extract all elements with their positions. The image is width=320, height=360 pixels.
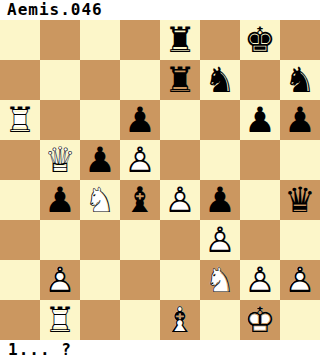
square-b2[interactable]: ♟♙ [40, 260, 80, 300]
piece-white-pawn[interactable]: ♟♙ [40, 260, 80, 300]
square-h7[interactable]: ♞ [280, 60, 320, 100]
square-g8[interactable]: ♚ [240, 20, 280, 60]
square-e2[interactable] [160, 260, 200, 300]
square-d6[interactable]: ♟ [120, 100, 160, 140]
square-e4[interactable]: ♟♙ [160, 180, 200, 220]
piece-glyph: ♛ [280, 180, 320, 220]
square-e8[interactable]: ♜ [160, 20, 200, 60]
square-c7[interactable] [80, 60, 120, 100]
square-b7[interactable] [40, 60, 80, 100]
piece-outline-layer: ♖ [0, 100, 40, 140]
square-b4[interactable]: ♟ [40, 180, 80, 220]
square-d1[interactable] [120, 300, 160, 340]
square-h1[interactable] [280, 300, 320, 340]
piece-black-pawn[interactable]: ♟ [280, 100, 320, 140]
square-c2[interactable] [80, 260, 120, 300]
piece-white-bishop[interactable]: ♝♗ [160, 300, 200, 340]
piece-white-rook[interactable]: ♜♖ [0, 100, 40, 140]
square-d2[interactable] [120, 260, 160, 300]
piece-outline-layer: ♙ [160, 180, 200, 220]
piece-black-pawn[interactable]: ♟ [80, 140, 120, 180]
square-e6[interactable] [160, 100, 200, 140]
piece-outline-layer: ♙ [240, 260, 280, 300]
chess-puzzle-app: Aemis.046 ♜♚♜♞♞♜♖♟♟♟♛♕♟♟♙♟♞♘♝♟♙♟♛♟♙♟♙♞♘♟… [0, 0, 320, 360]
square-b8[interactable] [40, 20, 80, 60]
piece-white-knight[interactable]: ♞♘ [200, 260, 240, 300]
square-c8[interactable] [80, 20, 120, 60]
piece-black-bishop[interactable]: ♝ [120, 180, 160, 220]
piece-black-rook[interactable]: ♜ [160, 20, 200, 60]
piece-outline-layer: ♘ [200, 260, 240, 300]
piece-white-pawn[interactable]: ♟♙ [160, 180, 200, 220]
piece-glyph: ♚ [240, 20, 280, 60]
square-b1[interactable]: ♜♖ [40, 300, 80, 340]
square-f3[interactable]: ♟♙ [200, 220, 240, 260]
square-h8[interactable] [280, 20, 320, 60]
square-g4[interactable] [240, 180, 280, 220]
piece-outline-layer: ♗ [160, 300, 200, 340]
square-c4[interactable]: ♞♘ [80, 180, 120, 220]
piece-black-pawn[interactable]: ♟ [200, 180, 240, 220]
square-d4[interactable]: ♝ [120, 180, 160, 220]
square-a2[interactable] [0, 260, 40, 300]
square-b3[interactable] [40, 220, 80, 260]
square-a6[interactable]: ♜♖ [0, 100, 40, 140]
piece-black-queen[interactable]: ♛ [280, 180, 320, 220]
piece-outline-layer: ♔ [240, 300, 280, 340]
square-f6[interactable] [200, 100, 240, 140]
square-e5[interactable] [160, 140, 200, 180]
piece-black-pawn[interactable]: ♟ [120, 100, 160, 140]
square-f5[interactable] [200, 140, 240, 180]
square-f8[interactable] [200, 20, 240, 60]
square-f2[interactable]: ♞♘ [200, 260, 240, 300]
square-d7[interactable] [120, 60, 160, 100]
square-a4[interactable] [0, 180, 40, 220]
piece-glyph: ♟ [200, 180, 240, 220]
square-g2[interactable]: ♟♙ [240, 260, 280, 300]
move-prompt: 1... ? [0, 340, 72, 360]
piece-white-pawn[interactable]: ♟♙ [240, 260, 280, 300]
square-e7[interactable]: ♜ [160, 60, 200, 100]
piece-white-pawn[interactable]: ♟♙ [120, 140, 160, 180]
piece-outline-layer: ♙ [120, 140, 160, 180]
piece-glyph: ♜ [160, 60, 200, 100]
footer-bar: 1... ? [0, 340, 320, 360]
piece-white-pawn[interactable]: ♟♙ [280, 260, 320, 300]
square-e1[interactable]: ♝♗ [160, 300, 200, 340]
square-a5[interactable] [0, 140, 40, 180]
piece-black-pawn[interactable]: ♟ [40, 180, 80, 220]
square-h6[interactable]: ♟ [280, 100, 320, 140]
piece-outline-layer: ♙ [200, 220, 240, 260]
piece-white-queen[interactable]: ♛♕ [40, 140, 80, 180]
square-g6[interactable]: ♟ [240, 100, 280, 140]
square-d3[interactable] [120, 220, 160, 260]
square-c6[interactable] [80, 100, 120, 140]
piece-glyph: ♞ [200, 60, 240, 100]
square-h2[interactable]: ♟♙ [280, 260, 320, 300]
piece-white-pawn[interactable]: ♟♙ [200, 220, 240, 260]
piece-outline-layer: ♙ [280, 260, 320, 300]
piece-glyph: ♝ [120, 180, 160, 220]
piece-glyph: ♟ [40, 180, 80, 220]
square-h4[interactable]: ♛ [280, 180, 320, 220]
square-g5[interactable] [240, 140, 280, 180]
square-g1[interactable]: ♚♔ [240, 300, 280, 340]
square-d8[interactable] [120, 20, 160, 60]
piece-glyph: ♟ [240, 100, 280, 140]
title-bar: Aemis.046 [0, 0, 320, 20]
square-b6[interactable] [40, 100, 80, 140]
puzzle-title: Aemis.046 [0, 0, 103, 20]
square-c1[interactable] [80, 300, 120, 340]
square-a7[interactable] [0, 60, 40, 100]
square-f7[interactable]: ♞ [200, 60, 240, 100]
piece-black-knight[interactable]: ♞ [280, 60, 320, 100]
square-c3[interactable] [80, 220, 120, 260]
piece-outline-layer: ♕ [40, 140, 80, 180]
square-e3[interactable] [160, 220, 200, 260]
piece-outline-layer: ♘ [80, 180, 120, 220]
piece-white-knight[interactable]: ♞♘ [80, 180, 120, 220]
square-h5[interactable] [280, 140, 320, 180]
piece-glyph: ♟ [80, 140, 120, 180]
piece-glyph: ♞ [280, 60, 320, 100]
square-f4[interactable]: ♟ [200, 180, 240, 220]
square-h3[interactable] [280, 220, 320, 260]
square-a8[interactable] [0, 20, 40, 60]
square-g7[interactable] [240, 60, 280, 100]
square-a3[interactable] [0, 220, 40, 260]
piece-black-pawn[interactable]: ♟ [240, 100, 280, 140]
piece-outline-layer: ♙ [40, 260, 80, 300]
piece-glyph: ♟ [120, 100, 160, 140]
piece-white-king[interactable]: ♚♔ [240, 300, 280, 340]
piece-outline-layer: ♖ [40, 300, 80, 340]
square-d5[interactable]: ♟♙ [120, 140, 160, 180]
piece-glyph: ♜ [160, 20, 200, 60]
piece-black-king[interactable]: ♚ [240, 20, 280, 60]
square-a1[interactable] [0, 300, 40, 340]
chess-board: ♜♚♜♞♞♜♖♟♟♟♛♕♟♟♙♟♞♘♝♟♙♟♛♟♙♟♙♞♘♟♙♟♙♜♖♝♗♚♔ [0, 20, 320, 340]
square-g3[interactable] [240, 220, 280, 260]
piece-black-knight[interactable]: ♞ [200, 60, 240, 100]
piece-black-rook[interactable]: ♜ [160, 60, 200, 100]
square-f1[interactable] [200, 300, 240, 340]
square-b5[interactable]: ♛♕ [40, 140, 80, 180]
piece-glyph: ♟ [280, 100, 320, 140]
piece-white-rook[interactable]: ♜♖ [40, 300, 80, 340]
square-c5[interactable]: ♟ [80, 140, 120, 180]
